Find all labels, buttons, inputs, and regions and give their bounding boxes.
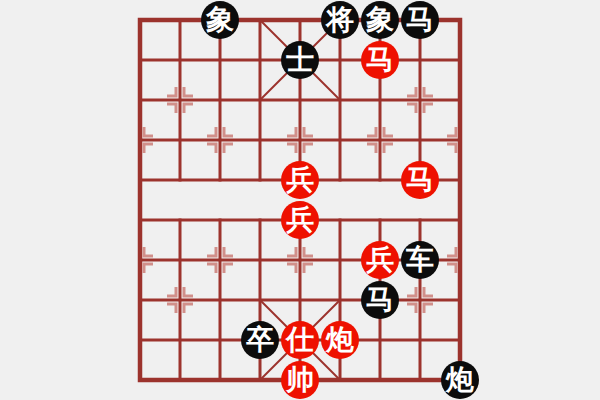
- intersection-c2-r1[interactable]: [200, 40, 240, 80]
- intersection-c4-r1[interactable]: 士: [280, 40, 320, 80]
- intersection-c0-r5[interactable]: [120, 200, 160, 240]
- intersection-c6-r6[interactable]: 兵: [360, 240, 400, 280]
- intersection-c8-r0[interactable]: [440, 0, 480, 40]
- intersection-c8-r3[interactable]: [440, 120, 480, 160]
- intersection-c7-r3[interactable]: [400, 120, 440, 160]
- intersection-c5-r8[interactable]: 炮: [320, 320, 360, 360]
- intersection-c3-r6[interactable]: [240, 240, 280, 280]
- intersection-c1-r9[interactable]: [160, 360, 200, 400]
- intersection-c6-r9[interactable]: [360, 360, 400, 400]
- intersection-c5-r3[interactable]: [320, 120, 360, 160]
- intersection-c0-r2[interactable]: [120, 80, 160, 120]
- intersection-c8-r6[interactable]: [440, 240, 480, 280]
- intersection-c3-r4[interactable]: [240, 160, 280, 200]
- piece-red-soldier[interactable]: 兵: [281, 201, 319, 239]
- piece-red-soldier[interactable]: 兵: [361, 241, 399, 279]
- piece-red-cannon[interactable]: 炮: [321, 321, 359, 359]
- intersection-c8-r7[interactable]: [440, 280, 480, 320]
- intersection-c1-r6[interactable]: [160, 240, 200, 280]
- intersection-c8-r8[interactable]: [440, 320, 480, 360]
- piece-black-chariot[interactable]: 车: [401, 241, 439, 279]
- intersection-c2-r4[interactable]: [200, 160, 240, 200]
- intersection-c7-r5[interactable]: [400, 200, 440, 240]
- piece-black-cannon[interactable]: 炮: [441, 361, 479, 399]
- intersection-c5-r9[interactable]: [320, 360, 360, 400]
- piece-black-elephant[interactable]: 象: [201, 1, 239, 39]
- intersection-c5-r4[interactable]: [320, 160, 360, 200]
- intersection-c4-r0[interactable]: [280, 0, 320, 40]
- intersection-c8-r5[interactable]: [440, 200, 480, 240]
- intersection-c8-r2[interactable]: [440, 80, 480, 120]
- intersection-c4-r4[interactable]: 兵: [280, 160, 320, 200]
- intersection-c4-r2[interactable]: [280, 80, 320, 120]
- intersection-c7-r9[interactable]: [400, 360, 440, 400]
- piece-black-elephant[interactable]: 象: [361, 1, 399, 39]
- intersection-c2-r9[interactable]: [200, 360, 240, 400]
- intersection-c4-r5[interactable]: 兵: [280, 200, 320, 240]
- intersection-c1-r8[interactable]: [160, 320, 200, 360]
- intersection-c7-r6[interactable]: 车: [400, 240, 440, 280]
- intersection-c5-r1[interactable]: [320, 40, 360, 80]
- piece-black-soldier[interactable]: 卒: [241, 321, 279, 359]
- intersection-c4-r9[interactable]: 帅: [280, 360, 320, 400]
- intersection-c5-r6[interactable]: [320, 240, 360, 280]
- intersection-c3-r3[interactable]: [240, 120, 280, 160]
- intersection-c6-r0[interactable]: 象: [360, 0, 400, 40]
- xiangqi-screenshot: 象将象马士马兵马兵兵车马卒仕炮帅炮: [0, 0, 600, 400]
- intersection-c3-r0[interactable]: [240, 0, 280, 40]
- intersection-c6-r2[interactable]: [360, 80, 400, 120]
- intersection-c5-r7[interactable]: [320, 280, 360, 320]
- piece-red-advisor[interactable]: 仕: [281, 321, 319, 359]
- intersection-c6-r7[interactable]: 马: [360, 280, 400, 320]
- intersection-c1-r7[interactable]: [160, 280, 200, 320]
- intersection-c3-r2[interactable]: [240, 80, 280, 120]
- intersection-c2-r3[interactable]: [200, 120, 240, 160]
- intersection-c3-r5[interactable]: [240, 200, 280, 240]
- intersection-c7-r7[interactable]: [400, 280, 440, 320]
- intersection-c7-r4[interactable]: 马: [400, 160, 440, 200]
- intersection-c2-r8[interactable]: [200, 320, 240, 360]
- intersection-c0-r0[interactable]: [120, 0, 160, 40]
- intersection-c2-r7[interactable]: [200, 280, 240, 320]
- intersection-c5-r0[interactable]: 将: [320, 0, 360, 40]
- intersection-c3-r7[interactable]: [240, 280, 280, 320]
- intersection-c1-r1[interactable]: [160, 40, 200, 80]
- intersection-c7-r8[interactable]: [400, 320, 440, 360]
- intersection-c4-r3[interactable]: [280, 120, 320, 160]
- intersection-c8-r9[interactable]: 炮: [440, 360, 480, 400]
- piece-red-horse[interactable]: 马: [361, 41, 399, 79]
- intersection-c1-r4[interactable]: [160, 160, 200, 200]
- piece-red-soldier[interactable]: 兵: [281, 161, 319, 199]
- intersection-c4-r7[interactable]: [280, 280, 320, 320]
- intersection-c6-r4[interactable]: [360, 160, 400, 200]
- intersection-c2-r0[interactable]: 象: [200, 0, 240, 40]
- intersection-c6-r8[interactable]: [360, 320, 400, 360]
- intersection-c2-r2[interactable]: [200, 80, 240, 120]
- intersection-c5-r5[interactable]: [320, 200, 360, 240]
- intersection-c0-r1[interactable]: [120, 40, 160, 80]
- intersection-c5-r2[interactable]: [320, 80, 360, 120]
- piece-black-horse[interactable]: 马: [401, 1, 439, 39]
- intersection-c7-r2[interactable]: [400, 80, 440, 120]
- piece-black-general[interactable]: 将: [321, 1, 359, 39]
- intersection-c0-r8[interactable]: [120, 320, 160, 360]
- intersection-c6-r5[interactable]: [360, 200, 400, 240]
- intersection-c3-r8[interactable]: 卒: [240, 320, 280, 360]
- intersection-c1-r3[interactable]: [160, 120, 200, 160]
- intersection-c2-r6[interactable]: [200, 240, 240, 280]
- intersection-c0-r7[interactable]: [120, 280, 160, 320]
- xiangqi-board: 象将象马士马兵马兵兵车马卒仕炮帅炮: [120, 0, 480, 400]
- intersection-c4-r8[interactable]: 仕: [280, 320, 320, 360]
- intersection-c0-r4[interactable]: [120, 160, 160, 200]
- intersection-c0-r9[interactable]: [120, 360, 160, 400]
- piece-black-advisor[interactable]: 士: [281, 41, 319, 79]
- piece-black-horse[interactable]: 马: [361, 281, 399, 319]
- intersection-c0-r3[interactable]: [120, 120, 160, 160]
- intersection-c6-r1[interactable]: 马: [360, 40, 400, 80]
- intersection-c6-r3[interactable]: [360, 120, 400, 160]
- piece-red-horse[interactable]: 马: [401, 161, 439, 199]
- intersection-c4-r6[interactable]: [280, 240, 320, 280]
- piece-red-general[interactable]: 帅: [281, 361, 319, 399]
- intersection-c1-r5[interactable]: [160, 200, 200, 240]
- intersection-c3-r9[interactable]: [240, 360, 280, 400]
- intersection-c8-r1[interactable]: [440, 40, 480, 80]
- intersection-c1-r2[interactable]: [160, 80, 200, 120]
- intersection-c8-r4[interactable]: [440, 160, 480, 200]
- intersection-c7-r1[interactable]: [400, 40, 440, 80]
- intersection-c0-r6[interactable]: [120, 240, 160, 280]
- intersection-c2-r5[interactable]: [200, 200, 240, 240]
- intersection-c1-r0[interactable]: [160, 0, 200, 40]
- intersection-c7-r0[interactable]: 马: [400, 0, 440, 40]
- intersection-c3-r1[interactable]: [240, 40, 280, 80]
